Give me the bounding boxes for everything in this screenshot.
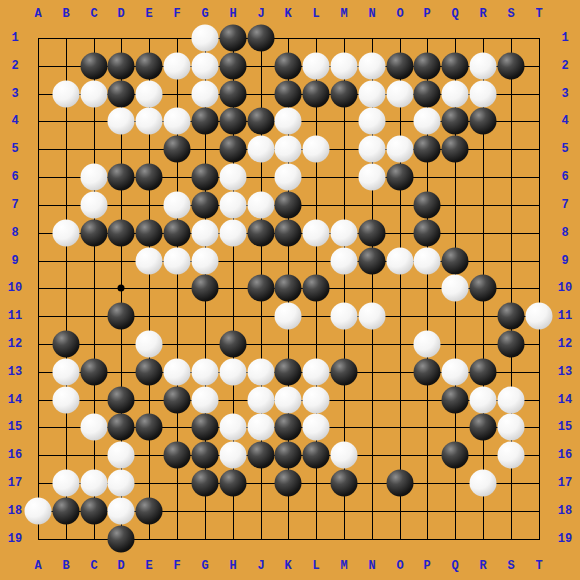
black-stone-J1[interactable] xyxy=(248,25,275,52)
row-label-left: 7 xyxy=(11,198,18,212)
row-label-right: 16 xyxy=(558,448,572,462)
black-stone-Q5[interactable] xyxy=(442,136,469,163)
black-stone-P2[interactable] xyxy=(414,53,441,80)
black-stone-G16[interactable] xyxy=(192,442,219,469)
column-label-bottom: Q xyxy=(451,559,458,573)
column-label-bottom: D xyxy=(117,559,124,573)
row-label-left: 8 xyxy=(11,226,18,240)
white-stone-K14[interactable] xyxy=(275,387,302,414)
black-stone-O17[interactable] xyxy=(387,470,414,497)
black-stone-Q14[interactable] xyxy=(442,387,469,414)
black-stone-K2[interactable] xyxy=(275,53,302,80)
white-stone-G13[interactable] xyxy=(192,359,219,386)
column-label-top: N xyxy=(368,7,375,21)
row-label-left: 4 xyxy=(11,114,18,128)
white-stone-T11[interactable] xyxy=(526,303,553,330)
column-label-top: H xyxy=(229,7,236,21)
row-label-left: 9 xyxy=(11,254,18,268)
white-stone-S15[interactable] xyxy=(498,414,525,441)
black-stone-E13[interactable] xyxy=(136,359,163,386)
row-label-right: 12 xyxy=(558,337,572,351)
white-stone-S16[interactable] xyxy=(498,442,525,469)
black-stone-D19[interactable] xyxy=(108,526,135,553)
white-stone-L2[interactable] xyxy=(303,53,330,80)
white-stone-O9[interactable] xyxy=(387,248,414,275)
column-label-top: R xyxy=(479,7,486,21)
row-label-left: 18 xyxy=(8,504,22,518)
white-stone-D16[interactable] xyxy=(108,442,135,469)
black-stone-K7[interactable] xyxy=(275,192,302,219)
black-stone-O6[interactable] xyxy=(387,164,414,191)
white-stone-C17[interactable] xyxy=(81,470,108,497)
white-stone-K11[interactable] xyxy=(275,303,302,330)
black-stone-P7[interactable] xyxy=(414,192,441,219)
row-label-left: 2 xyxy=(11,59,18,73)
black-stone-P13[interactable] xyxy=(414,359,441,386)
white-stone-C3[interactable] xyxy=(81,81,108,108)
column-label-bottom: H xyxy=(229,559,236,573)
column-label-bottom: K xyxy=(284,559,291,573)
black-stone-E18[interactable] xyxy=(136,498,163,525)
black-stone-K10[interactable] xyxy=(275,275,302,302)
black-stone-J10[interactable] xyxy=(248,275,275,302)
row-label-right: 4 xyxy=(561,114,568,128)
row-label-right: 5 xyxy=(561,142,568,156)
column-label-bottom: A xyxy=(34,559,41,573)
column-label-top: F xyxy=(173,7,180,21)
white-stone-E4[interactable] xyxy=(136,108,163,135)
white-stone-H7[interactable] xyxy=(220,192,247,219)
white-stone-A18[interactable] xyxy=(25,498,52,525)
black-stone-K8[interactable] xyxy=(275,220,302,247)
column-label-top: E xyxy=(145,7,152,21)
black-stone-Q4[interactable] xyxy=(442,108,469,135)
black-stone-P3[interactable] xyxy=(414,81,441,108)
column-label-top: D xyxy=(117,7,124,21)
black-stone-J8[interactable] xyxy=(248,220,275,247)
white-stone-P4[interactable] xyxy=(414,108,441,135)
white-stone-R17[interactable] xyxy=(470,470,497,497)
column-label-bottom: N xyxy=(368,559,375,573)
white-stone-K5[interactable] xyxy=(275,136,302,163)
column-label-bottom: C xyxy=(90,559,97,573)
white-stone-J5[interactable] xyxy=(248,136,275,163)
white-stone-D18[interactable] xyxy=(108,498,135,525)
black-stone-N9[interactable] xyxy=(359,248,386,275)
white-stone-M8[interactable] xyxy=(331,220,358,247)
row-label-right: 7 xyxy=(561,198,568,212)
column-label-top: Q xyxy=(451,7,458,21)
white-stone-G9[interactable] xyxy=(192,248,219,275)
black-stone-K16[interactable] xyxy=(275,442,302,469)
black-stone-G4[interactable] xyxy=(192,108,219,135)
white-stone-Q3[interactable] xyxy=(442,81,469,108)
column-label-top: A xyxy=(34,7,41,21)
black-stone-G15[interactable] xyxy=(192,414,219,441)
white-stone-P9[interactable] xyxy=(414,248,441,275)
column-label-bottom: O xyxy=(396,559,403,573)
white-stone-B8[interactable] xyxy=(53,220,80,247)
white-stone-D17[interactable] xyxy=(108,470,135,497)
row-label-right: 15 xyxy=(558,420,572,434)
white-stone-F7[interactable] xyxy=(164,192,191,219)
white-stone-Q10[interactable] xyxy=(442,275,469,302)
white-stone-M9[interactable] xyxy=(331,248,358,275)
black-stone-P8[interactable] xyxy=(414,220,441,247)
row-label-right: 14 xyxy=(558,393,572,407)
white-stone-N4[interactable] xyxy=(359,108,386,135)
column-label-top: M xyxy=(340,7,347,21)
black-stone-F8[interactable] xyxy=(164,220,191,247)
black-stone-L16[interactable] xyxy=(303,442,330,469)
grid-line-horizontal xyxy=(38,344,540,345)
black-stone-S12[interactable] xyxy=(498,331,525,358)
white-stone-Q13[interactable] xyxy=(442,359,469,386)
black-stone-D8[interactable] xyxy=(108,220,135,247)
row-label-left: 14 xyxy=(8,393,22,407)
black-stone-R13[interactable] xyxy=(470,359,497,386)
white-stone-G8[interactable] xyxy=(192,220,219,247)
black-stone-K13[interactable] xyxy=(275,359,302,386)
black-stone-H5[interactable] xyxy=(220,136,247,163)
row-label-left: 6 xyxy=(11,170,18,184)
row-label-right: 11 xyxy=(558,309,572,323)
column-label-bottom: F xyxy=(173,559,180,573)
black-stone-S11[interactable] xyxy=(498,303,525,330)
column-label-bottom: M xyxy=(340,559,347,573)
grid-line-vertical xyxy=(66,38,67,540)
column-label-top: P xyxy=(423,7,430,21)
white-stone-G1[interactable] xyxy=(192,25,219,52)
white-stone-H16[interactable] xyxy=(220,442,247,469)
row-label-right: 6 xyxy=(561,170,568,184)
white-stone-N5[interactable] xyxy=(359,136,386,163)
white-stone-L15[interactable] xyxy=(303,414,330,441)
row-label-right: 13 xyxy=(558,365,572,379)
white-stone-F13[interactable] xyxy=(164,359,191,386)
row-label-left: 19 xyxy=(8,532,22,546)
white-stone-S14[interactable] xyxy=(498,387,525,414)
column-label-top: K xyxy=(284,7,291,21)
row-label-left: 13 xyxy=(8,365,22,379)
white-stone-C15[interactable] xyxy=(81,414,108,441)
column-label-top: B xyxy=(62,7,69,21)
black-stone-H17[interactable] xyxy=(220,470,247,497)
row-label-left: 15 xyxy=(8,420,22,434)
white-stone-B3[interactable] xyxy=(53,81,80,108)
white-stone-O5[interactable] xyxy=(387,136,414,163)
black-stone-E8[interactable] xyxy=(136,220,163,247)
white-stone-B14[interactable] xyxy=(53,387,80,414)
column-label-top: L xyxy=(312,7,319,21)
black-stone-D2[interactable] xyxy=(108,53,135,80)
black-stone-K17[interactable] xyxy=(275,470,302,497)
black-stone-G17[interactable] xyxy=(192,470,219,497)
white-stone-L13[interactable] xyxy=(303,359,330,386)
white-stone-D4[interactable] xyxy=(108,108,135,135)
white-stone-G14[interactable] xyxy=(192,387,219,414)
column-label-top: G xyxy=(201,7,208,21)
row-label-right: 1 xyxy=(561,31,568,45)
column-label-bottom: J xyxy=(257,559,264,573)
row-label-right: 17 xyxy=(558,476,572,490)
black-stone-D14[interactable] xyxy=(108,387,135,414)
black-stone-O2[interactable] xyxy=(387,53,414,80)
row-label-left: 10 xyxy=(8,281,22,295)
white-stone-J14[interactable] xyxy=(248,387,275,414)
column-label-bottom: T xyxy=(535,559,542,573)
white-stone-M16[interactable] xyxy=(331,442,358,469)
black-stone-Q9[interactable] xyxy=(442,248,469,275)
black-stone-G10[interactable] xyxy=(192,275,219,302)
grid-line-vertical xyxy=(539,38,540,540)
row-label-right: 8 xyxy=(561,226,568,240)
black-stone-P5[interactable] xyxy=(414,136,441,163)
black-stone-S2[interactable] xyxy=(498,53,525,80)
white-stone-B13[interactable] xyxy=(53,359,80,386)
column-label-top: S xyxy=(507,7,514,21)
black-stone-J4[interactable] xyxy=(248,108,275,135)
column-label-top: T xyxy=(535,7,542,21)
black-stone-E2[interactable] xyxy=(136,53,163,80)
white-stone-R3[interactable] xyxy=(470,81,497,108)
black-stone-D6[interactable] xyxy=(108,164,135,191)
black-stone-K15[interactable] xyxy=(275,414,302,441)
white-stone-L8[interactable] xyxy=(303,220,330,247)
row-label-left: 12 xyxy=(8,337,22,351)
white-stone-K6[interactable] xyxy=(275,164,302,191)
column-label-bottom: S xyxy=(507,559,514,573)
black-stone-F5[interactable] xyxy=(164,136,191,163)
black-stone-D15[interactable] xyxy=(108,414,135,441)
row-label-right: 19 xyxy=(558,532,572,546)
black-stone-C18[interactable] xyxy=(81,498,108,525)
black-stone-K3[interactable] xyxy=(275,81,302,108)
white-stone-N6[interactable] xyxy=(359,164,386,191)
grid-line-vertical xyxy=(400,38,401,540)
white-stone-R2[interactable] xyxy=(470,53,497,80)
black-stone-H4[interactable] xyxy=(220,108,247,135)
black-stone-Q2[interactable] xyxy=(442,53,469,80)
black-stone-R10[interactable] xyxy=(470,275,497,302)
row-label-right: 18 xyxy=(558,504,572,518)
black-stone-L10[interactable] xyxy=(303,275,330,302)
black-stone-R15[interactable] xyxy=(470,414,497,441)
black-stone-N8[interactable] xyxy=(359,220,386,247)
black-stone-M13[interactable] xyxy=(331,359,358,386)
white-stone-M11[interactable] xyxy=(331,303,358,330)
row-label-right: 9 xyxy=(561,254,568,268)
black-stone-G7[interactable] xyxy=(192,192,219,219)
white-stone-J15[interactable] xyxy=(248,414,275,441)
white-stone-H13[interactable] xyxy=(220,359,247,386)
white-stone-N11[interactable] xyxy=(359,303,386,330)
row-label-left: 17 xyxy=(8,476,22,490)
white-stone-M2[interactable] xyxy=(331,53,358,80)
white-stone-L5[interactable] xyxy=(303,136,330,163)
column-label-bottom: G xyxy=(201,559,208,573)
white-stone-G3[interactable] xyxy=(192,81,219,108)
black-stone-M3[interactable] xyxy=(331,81,358,108)
column-label-bottom: B xyxy=(62,559,69,573)
grid-line-vertical xyxy=(38,38,39,540)
black-stone-E15[interactable] xyxy=(136,414,163,441)
column-label-bottom: P xyxy=(423,559,430,573)
black-stone-R4[interactable] xyxy=(470,108,497,135)
white-stone-K4[interactable] xyxy=(275,108,302,135)
row-label-left: 16 xyxy=(8,448,22,462)
white-stone-F9[interactable] xyxy=(164,248,191,275)
white-stone-G2[interactable] xyxy=(192,53,219,80)
row-label-left: 3 xyxy=(11,87,18,101)
grid-line-vertical xyxy=(94,38,95,540)
star-point-D10 xyxy=(118,285,125,292)
go-board[interactable]: AABBCCDDEEFFGGHHJJKKLLMMNNOOPPQQRRSSTT11… xyxy=(0,0,580,580)
black-stone-H2[interactable] xyxy=(220,53,247,80)
black-stone-C13[interactable] xyxy=(81,359,108,386)
column-label-bottom: R xyxy=(479,559,486,573)
black-stone-D11[interactable] xyxy=(108,303,135,330)
black-stone-D3[interactable] xyxy=(108,81,135,108)
black-stone-H1[interactable] xyxy=(220,25,247,52)
white-stone-O3[interactable] xyxy=(387,81,414,108)
white-stone-H15[interactable] xyxy=(220,414,247,441)
row-label-right: 3 xyxy=(561,87,568,101)
black-stone-Q16[interactable] xyxy=(442,442,469,469)
black-stone-E6[interactable] xyxy=(136,164,163,191)
row-label-right: 2 xyxy=(561,59,568,73)
black-stone-C2[interactable] xyxy=(81,53,108,80)
row-label-left: 1 xyxy=(11,31,18,45)
white-stone-B17[interactable] xyxy=(53,470,80,497)
row-label-right: 10 xyxy=(558,281,572,295)
white-stone-J13[interactable] xyxy=(248,359,275,386)
column-label-bottom: L xyxy=(312,559,319,573)
white-stone-P12[interactable] xyxy=(414,331,441,358)
row-label-left: 5 xyxy=(11,142,18,156)
black-stone-H12[interactable] xyxy=(220,331,247,358)
black-stone-F16[interactable] xyxy=(164,442,191,469)
white-stone-F4[interactable] xyxy=(164,108,191,135)
white-stone-E9[interactable] xyxy=(136,248,163,275)
white-stone-H8[interactable] xyxy=(220,220,247,247)
white-stone-F2[interactable] xyxy=(164,53,191,80)
black-stone-C8[interactable] xyxy=(81,220,108,247)
white-stone-J7[interactable] xyxy=(248,192,275,219)
white-stone-E12[interactable] xyxy=(136,331,163,358)
column-label-top: J xyxy=(257,7,264,21)
column-label-top: C xyxy=(90,7,97,21)
black-stone-G6[interactable] xyxy=(192,164,219,191)
white-stone-C7[interactable] xyxy=(81,192,108,219)
white-stone-E3[interactable] xyxy=(136,81,163,108)
white-stone-H6[interactable] xyxy=(220,164,247,191)
column-label-top: O xyxy=(396,7,403,21)
white-stone-N3[interactable] xyxy=(359,81,386,108)
white-stone-L14[interactable] xyxy=(303,387,330,414)
white-stone-N2[interactable] xyxy=(359,53,386,80)
black-stone-B12[interactable] xyxy=(53,331,80,358)
row-label-left: 11 xyxy=(8,309,22,323)
black-stone-F14[interactable] xyxy=(164,387,191,414)
black-stone-B18[interactable] xyxy=(53,498,80,525)
column-label-bottom: E xyxy=(145,559,152,573)
white-stone-R14[interactable] xyxy=(470,387,497,414)
black-stone-J16[interactable] xyxy=(248,442,275,469)
black-stone-H3[interactable] xyxy=(220,81,247,108)
black-stone-M17[interactable] xyxy=(331,470,358,497)
grid-line-horizontal xyxy=(38,38,540,39)
black-stone-L3[interactable] xyxy=(303,81,330,108)
white-stone-C6[interactable] xyxy=(81,164,108,191)
